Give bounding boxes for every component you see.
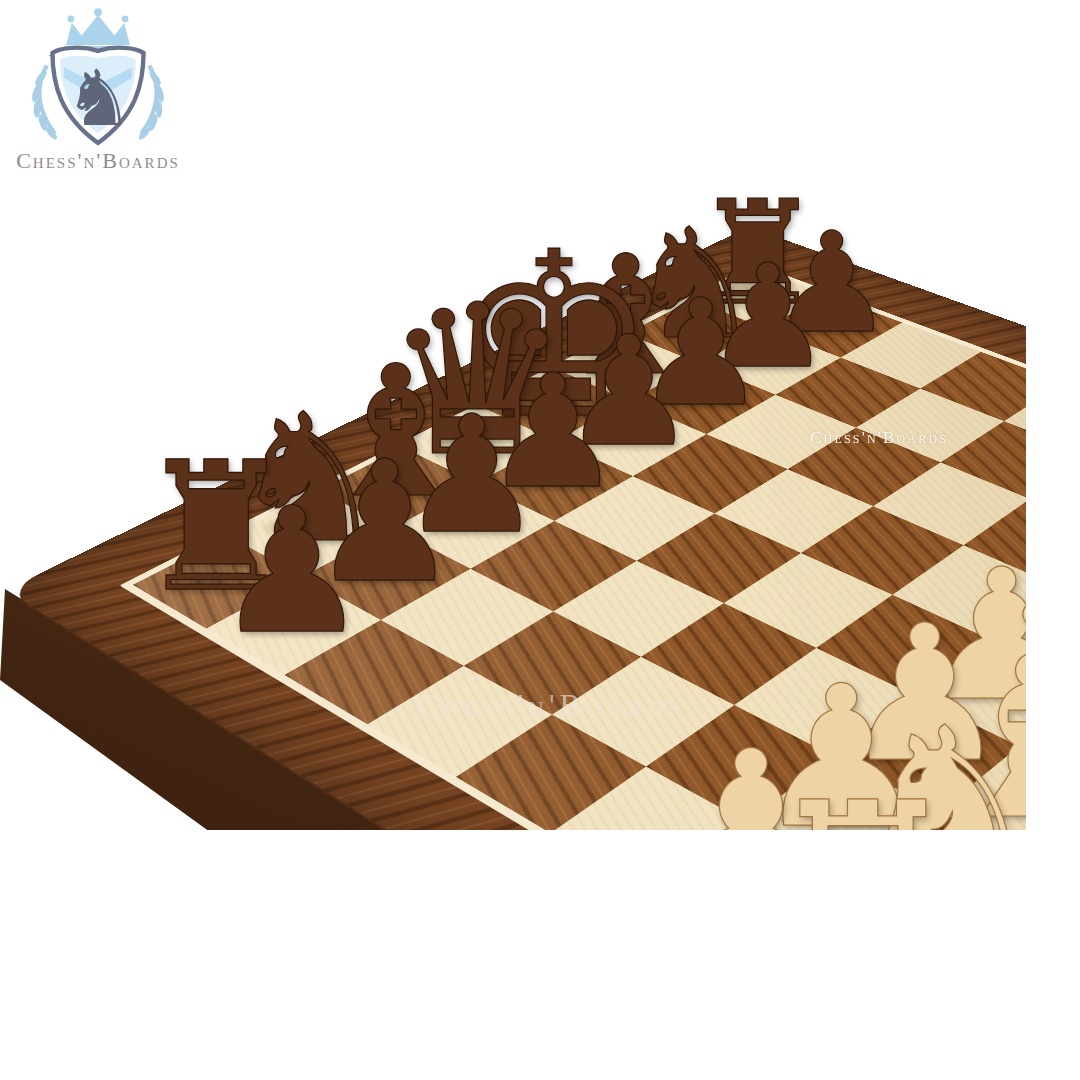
brand-logo: ♞ Chess'n'Boards [6,6,196,174]
product-photo: ♜♞♝♛♚♝♞♜♟♟♟♟♟♟♟♟♟♟♟♟♟♟♟♟♜♞♝♛♚♝♞♜ Chess'n… [0,0,1026,830]
brand-logo-graphic: ♞ [6,6,190,152]
knight-icon: ♞ [64,53,133,143]
crown-icon [64,8,132,51]
logo-wordmark: Chess'n'Boards [6,148,190,174]
